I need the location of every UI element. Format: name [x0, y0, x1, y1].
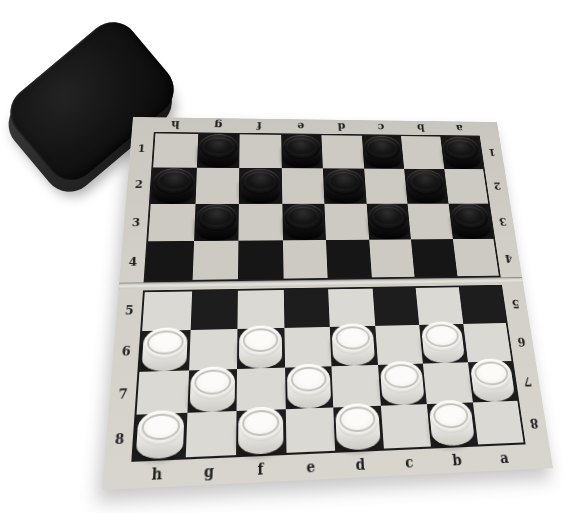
square-g7	[187, 369, 237, 413]
white-checker-c7	[379, 361, 424, 406]
square-a2	[444, 169, 488, 203]
checker-top	[363, 136, 401, 160]
black-checker-b2	[406, 169, 446, 203]
square-g4	[192, 240, 238, 279]
white-checker-f6	[239, 325, 282, 369]
square-b3	[407, 203, 452, 239]
checker-side	[153, 180, 194, 204]
square-h1	[153, 133, 198, 167]
checker-top	[335, 403, 380, 438]
square-d6	[330, 326, 378, 366]
checker-top	[469, 358, 514, 390]
checker-top	[429, 400, 474, 435]
square-c5	[372, 288, 419, 326]
square-d2	[323, 169, 366, 204]
file-label-top-a: a	[439, 121, 479, 135]
checker-side	[336, 418, 381, 451]
rank-label-left-5: 5	[116, 302, 142, 319]
rank-label-right-8: 8	[521, 413, 547, 432]
rank-label-left-1: 1	[130, 142, 153, 156]
rank-label-left-2: 2	[127, 178, 151, 192]
square-b2	[404, 169, 448, 203]
square-a1	[440, 137, 483, 170]
square-c1	[361, 136, 404, 169]
square-e1	[281, 135, 323, 169]
checker-side	[369, 215, 409, 239]
file-label-bottom-d: d	[335, 451, 386, 479]
checker-top	[199, 134, 238, 159]
square-f2	[239, 168, 282, 203]
checker-top	[190, 366, 235, 400]
checker-top	[368, 204, 408, 230]
checker-side	[451, 215, 491, 239]
rank-label-left-8: 8	[105, 429, 133, 449]
square-h6	[139, 330, 190, 372]
square-d1	[321, 135, 363, 169]
file-label-bottom-e: e	[286, 453, 337, 481]
square-e6	[284, 327, 331, 368]
checker-top	[332, 323, 375, 355]
square-e8	[285, 407, 335, 452]
square-d7	[331, 365, 380, 408]
square-g5	[190, 291, 238, 330]
rank-label-right-5: 5	[503, 295, 527, 311]
square-g2	[195, 168, 239, 204]
square-g1	[196, 134, 239, 168]
square-f7	[237, 368, 286, 411]
file-label-bottom-f: f	[235, 455, 286, 483]
black-checker-c3	[368, 204, 409, 240]
square-g8	[185, 411, 236, 457]
file-label-top-f: f	[239, 118, 281, 133]
checker-top	[284, 204, 324, 231]
square-b7	[423, 362, 473, 404]
square-h5	[142, 291, 192, 331]
black-checker-e1	[283, 135, 321, 169]
square-d3	[324, 203, 368, 239]
white-checker-h6	[142, 327, 189, 372]
square-c3	[366, 203, 411, 239]
checker-side	[287, 378, 331, 409]
square-a5	[458, 287, 505, 324]
checker-top	[239, 325, 282, 357]
checker-side	[142, 341, 188, 371]
square-d4	[326, 240, 371, 278]
square-a3	[448, 203, 493, 239]
square-b4	[411, 239, 457, 277]
checker-side	[241, 180, 280, 204]
file-label-top-b: b	[400, 121, 441, 135]
checker-side	[380, 375, 424, 406]
checker-top	[406, 169, 445, 194]
square-e3	[282, 203, 326, 240]
file-label-bottom-h: h	[129, 460, 183, 489]
square-e2	[281, 168, 324, 203]
rank-label-right-1: 1	[481, 146, 503, 159]
square-c6	[375, 325, 423, 365]
square-b1	[401, 136, 444, 169]
black-checker-h2	[153, 168, 195, 204]
black-checker-e3	[284, 204, 324, 241]
square-h8	[133, 413, 186, 460]
square-c7	[378, 364, 427, 406]
white-checker-d8	[335, 403, 381, 451]
file-label-top-h: h	[154, 117, 197, 132]
rank-label-right-2: 2	[486, 179, 508, 192]
rank-label-left-7: 7	[109, 384, 136, 403]
checker-top	[238, 406, 283, 442]
checker-side	[430, 414, 476, 446]
file-label-bottom-c: c	[384, 449, 434, 477]
square-c4	[369, 239, 415, 277]
square-d8	[333, 406, 383, 451]
black-checker-c1	[363, 136, 402, 169]
square-h4	[146, 241, 194, 281]
square-f5	[237, 290, 284, 329]
checker-top	[137, 410, 185, 447]
square-b8	[427, 402, 478, 446]
square-h7	[137, 370, 189, 414]
checker-side	[284, 215, 324, 240]
checker-top	[142, 327, 188, 360]
square-d5	[328, 289, 375, 327]
file-label-bottom-a: a	[479, 444, 529, 471]
square-f8	[236, 409, 286, 455]
checker-top	[442, 137, 480, 161]
square-b6	[419, 324, 467, 364]
white-checker-b8	[429, 400, 476, 447]
rank-label-left-6: 6	[113, 342, 140, 360]
square-e4	[283, 240, 328, 279]
black-checker-f2	[241, 168, 280, 203]
checker-side	[471, 372, 515, 402]
checker-top	[450, 203, 490, 229]
white-checker-f8	[238, 406, 284, 455]
checker-side	[239, 339, 282, 369]
black-checker-a1	[442, 137, 482, 170]
rank-label-right-7: 7	[515, 372, 540, 390]
checker-top	[421, 321, 464, 352]
black-checker-d2	[325, 169, 365, 204]
square-b5	[416, 287, 463, 325]
square-h3	[148, 203, 195, 241]
board-near-half	[131, 285, 525, 462]
checker-top	[241, 168, 280, 194]
checker-side	[443, 147, 481, 169]
checker-side	[332, 337, 375, 366]
white-checker-d6	[332, 323, 376, 366]
black-checker-g1	[198, 134, 237, 168]
checker-side	[189, 381, 235, 413]
white-checker-a7	[469, 358, 515, 402]
square-f1	[239, 134, 281, 168]
checker-top	[325, 169, 364, 194]
checker-top	[287, 363, 331, 397]
black-checker-a3	[450, 203, 492, 238]
checker-side	[422, 335, 465, 364]
checker-top	[283, 135, 321, 160]
checker-side	[407, 180, 446, 203]
square-a4	[452, 239, 498, 277]
square-a6	[463, 323, 512, 362]
rank-label-right-4: 4	[497, 251, 520, 266]
white-checker-g7	[189, 366, 235, 413]
file-label-top-e: e	[280, 119, 321, 134]
rank-label-right-3: 3	[491, 214, 514, 228]
white-checker-h8	[136, 410, 185, 460]
square-f4	[238, 240, 283, 279]
file-label-top-d: d	[321, 120, 362, 135]
square-e5	[283, 289, 329, 328]
checker-side	[238, 422, 284, 455]
file-label-bottom-g: g	[183, 457, 235, 486]
square-f3	[238, 203, 282, 240]
rank-label-left-3: 3	[124, 215, 149, 230]
file-label-top-g: g	[197, 118, 239, 133]
square-g6	[189, 329, 238, 370]
file-label-bottom-b: b	[432, 446, 482, 473]
square-a7	[468, 361, 518, 402]
file-label-top-c: c	[361, 120, 402, 135]
checker-top	[153, 168, 194, 194]
square-h2	[151, 168, 197, 204]
product-photo: hgfedcba hgfedcba 12345678 12345678	[0, 0, 580, 513]
checker-top	[379, 361, 423, 394]
black-checker-g3	[196, 204, 237, 241]
checker-side	[364, 147, 402, 169]
white-checker-e7	[287, 363, 331, 409]
square-f6	[237, 328, 285, 369]
board-far-half	[144, 132, 501, 282]
checker-side	[196, 216, 237, 241]
white-checker-b6	[421, 321, 466, 363]
checker-side	[325, 180, 364, 203]
rank-label-right-6: 6	[509, 333, 534, 350]
checker-side	[198, 145, 237, 168]
square-a8	[472, 401, 523, 445]
square-e7	[285, 366, 334, 409]
checker-top	[196, 204, 237, 231]
square-c8	[380, 404, 430, 449]
checker-side	[136, 425, 184, 459]
checker-side	[283, 146, 321, 169]
square-g3	[194, 203, 239, 240]
rank-label-left-4: 4	[120, 254, 145, 270]
square-c2	[364, 169, 408, 204]
checkers-board: hgfedcba hgfedcba 12345678 12345678	[102, 117, 553, 490]
